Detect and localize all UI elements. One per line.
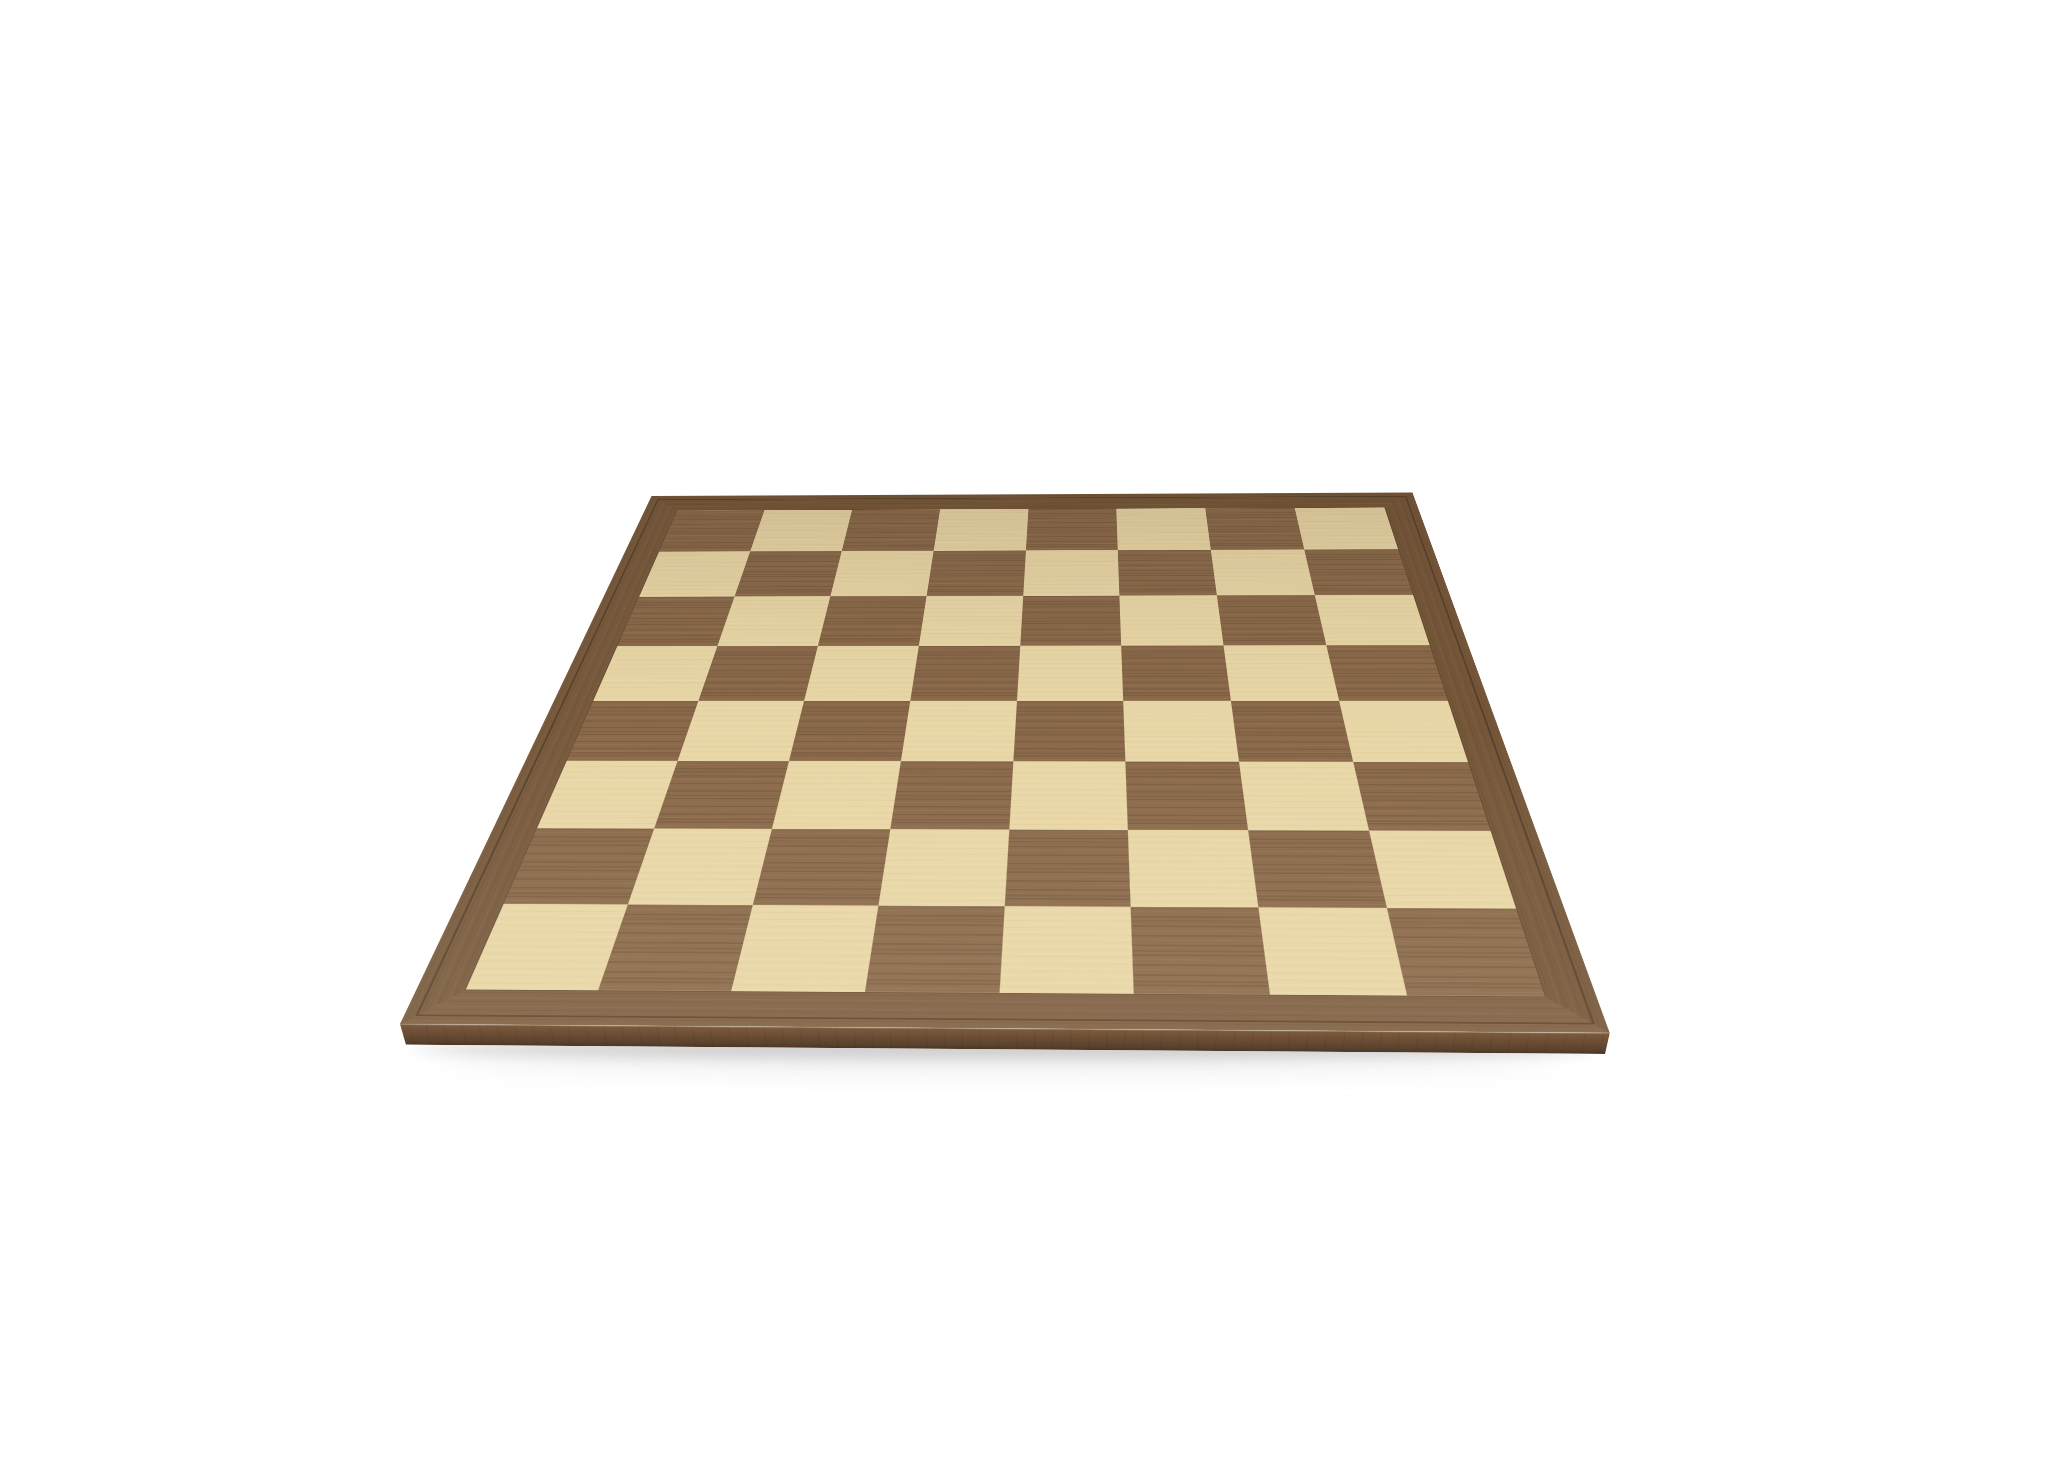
square-b6[interactable] <box>717 596 830 646</box>
square-d6[interactable] <box>919 596 1023 646</box>
square-d8[interactable] <box>933 509 1028 551</box>
square-c8[interactable] <box>842 509 940 551</box>
square-a8[interactable] <box>659 510 764 552</box>
square-h3[interactable] <box>1353 762 1490 831</box>
square-e4[interactable] <box>1013 700 1126 761</box>
square-e2[interactable] <box>1004 830 1131 907</box>
square-f7[interactable] <box>1118 550 1217 596</box>
square-h8[interactable] <box>1295 507 1398 549</box>
square-b3[interactable] <box>654 761 789 829</box>
square-f5[interactable] <box>1122 645 1232 700</box>
square-h1[interactable] <box>1387 908 1545 996</box>
square-e8[interactable] <box>1026 509 1119 551</box>
square-g3[interactable] <box>1239 762 1369 831</box>
board-scene <box>367 151 1667 1251</box>
square-g7[interactable] <box>1211 549 1315 595</box>
square-a1[interactable] <box>466 904 628 990</box>
square-e1[interactable] <box>999 906 1134 994</box>
square-h6[interactable] <box>1315 595 1430 645</box>
square-d5[interactable] <box>910 645 1020 700</box>
square-b7[interactable] <box>734 551 841 596</box>
square-d4[interactable] <box>900 701 1016 762</box>
square-c4[interactable] <box>789 701 910 762</box>
square-e5[interactable] <box>1017 645 1124 700</box>
square-a7[interactable] <box>639 551 750 596</box>
square-b1[interactable] <box>598 905 753 992</box>
square-h7[interactable] <box>1304 549 1413 595</box>
square-e7[interactable] <box>1023 550 1120 596</box>
square-c5[interactable] <box>804 646 919 701</box>
board-top-face <box>400 493 1610 1033</box>
square-c7[interactable] <box>830 551 933 596</box>
square-d2[interactable] <box>878 829 1009 906</box>
square-b5[interactable] <box>698 646 817 701</box>
square-a3[interactable] <box>537 761 677 829</box>
square-f2[interactable] <box>1128 830 1258 907</box>
square-c1[interactable] <box>731 905 878 992</box>
square-h4[interactable] <box>1339 700 1468 762</box>
square-f1[interactable] <box>1131 907 1270 995</box>
square-e3[interactable] <box>1009 762 1129 831</box>
square-f4[interactable] <box>1124 700 1240 761</box>
square-a2[interactable] <box>504 828 654 904</box>
square-b2[interactable] <box>628 829 772 905</box>
square-g4[interactable] <box>1231 700 1353 762</box>
square-c3[interactable] <box>772 761 901 829</box>
square-h5[interactable] <box>1326 645 1447 701</box>
square-b4[interactable] <box>677 701 804 762</box>
square-f8[interactable] <box>1117 508 1211 550</box>
square-d7[interactable] <box>926 550 1025 596</box>
square-f6[interactable] <box>1120 595 1224 645</box>
square-g5[interactable] <box>1224 645 1339 700</box>
square-g6[interactable] <box>1217 595 1326 645</box>
square-e6[interactable] <box>1020 595 1122 645</box>
square-b8[interactable] <box>750 510 852 552</box>
square-g1[interactable] <box>1259 907 1408 995</box>
square-a6[interactable] <box>617 596 734 646</box>
product-photo-canvas <box>0 0 2048 1466</box>
square-g2[interactable] <box>1248 830 1387 908</box>
board-frame-right <box>1380 493 1610 1033</box>
square-c2[interactable] <box>752 829 889 906</box>
square-d1[interactable] <box>864 906 1004 993</box>
square-g8[interactable] <box>1205 508 1304 550</box>
square-f3[interactable] <box>1126 762 1249 831</box>
square-c6[interactable] <box>818 596 927 646</box>
square-h2[interactable] <box>1369 831 1516 909</box>
square-d3[interactable] <box>890 761 1013 829</box>
board-frame-left <box>400 496 684 1024</box>
chessboard <box>400 493 1610 1033</box>
